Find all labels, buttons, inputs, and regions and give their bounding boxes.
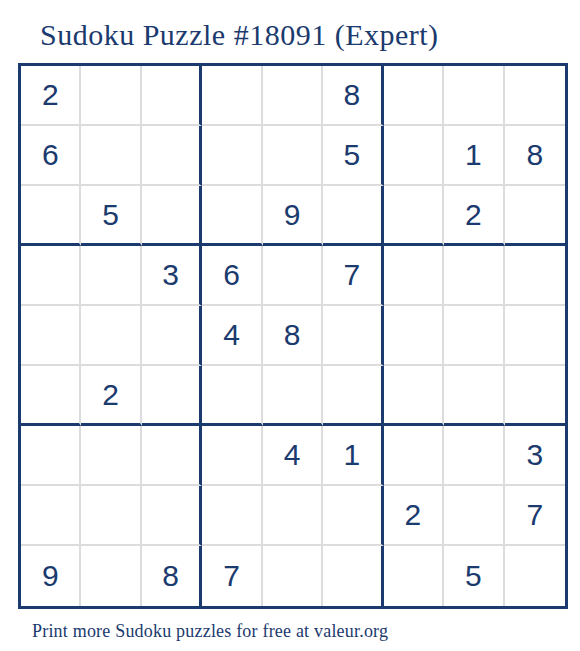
- cell-r1c5: [263, 66, 323, 126]
- cell-r6c2: 2: [81, 366, 141, 426]
- cell-r3c7: [384, 186, 444, 246]
- cell-r5c1: [21, 306, 81, 366]
- cell-r4c6: 7: [323, 246, 383, 306]
- cell-r7c2: [81, 426, 141, 486]
- cell-r9c8: 5: [444, 546, 504, 606]
- cell-r3c3: [142, 186, 202, 246]
- cell-r4c4: 6: [202, 246, 262, 306]
- cell-r3c8: 2: [444, 186, 504, 246]
- cell-r9c2: [81, 546, 141, 606]
- cell-r3c2: 5: [81, 186, 141, 246]
- cell-r6c9: [505, 366, 565, 426]
- cell-r1c7: [384, 66, 444, 126]
- cell-r8c9: 7: [505, 486, 565, 546]
- cell-r9c1: 9: [21, 546, 81, 606]
- cell-r1c1: 2: [21, 66, 81, 126]
- sudoku-grid: 286518592367482413279875: [18, 63, 568, 609]
- cell-r4c8: [444, 246, 504, 306]
- cell-r3c1: [21, 186, 81, 246]
- cell-r1c9: [505, 66, 565, 126]
- cell-r5c2: [81, 306, 141, 366]
- cell-r2c1: 6: [21, 126, 81, 186]
- cell-r8c4: [202, 486, 262, 546]
- cell-r5c3: [142, 306, 202, 366]
- cell-r4c2: [81, 246, 141, 306]
- cell-r8c5: [263, 486, 323, 546]
- cell-r4c1: [21, 246, 81, 306]
- cell-r1c2: [81, 66, 141, 126]
- cell-r2c8: 1: [444, 126, 504, 186]
- cell-r1c4: [202, 66, 262, 126]
- cell-r4c9: [505, 246, 565, 306]
- cell-r7c9: 3: [505, 426, 565, 486]
- cell-r9c7: [384, 546, 444, 606]
- cell-r1c8: [444, 66, 504, 126]
- footer-note: Print more Sudoku puzzles for free at va…: [32, 621, 580, 642]
- cell-r8c8: [444, 486, 504, 546]
- cell-r3c6: [323, 186, 383, 246]
- cell-r3c9: [505, 186, 565, 246]
- sudoku-page: Sudoku Puzzle #18091 (Expert) 2865185923…: [0, 0, 580, 651]
- cell-r2c2: [81, 126, 141, 186]
- cell-r1c3: [142, 66, 202, 126]
- cell-r3c4: [202, 186, 262, 246]
- cell-r5c4: 4: [202, 306, 262, 366]
- cell-r6c8: [444, 366, 504, 426]
- cell-r6c4: [202, 366, 262, 426]
- cell-r5c6: [323, 306, 383, 366]
- cell-r8c3: [142, 486, 202, 546]
- cell-r7c7: [384, 426, 444, 486]
- cell-r9c3: 8: [142, 546, 202, 606]
- cell-r7c5: 4: [263, 426, 323, 486]
- cell-r9c9: [505, 546, 565, 606]
- cell-r7c4: [202, 426, 262, 486]
- cell-r2c4: [202, 126, 262, 186]
- cell-r7c1: [21, 426, 81, 486]
- cell-r9c6: [323, 546, 383, 606]
- cell-r2c6: 5: [323, 126, 383, 186]
- cell-r1c6: 8: [323, 66, 383, 126]
- cell-r2c3: [142, 126, 202, 186]
- cell-r8c6: [323, 486, 383, 546]
- cell-r7c3: [142, 426, 202, 486]
- cell-r5c8: [444, 306, 504, 366]
- cell-r4c7: [384, 246, 444, 306]
- cell-r4c3: 3: [142, 246, 202, 306]
- page-title: Sudoku Puzzle #18091 (Expert): [0, 0, 580, 54]
- cell-r7c6: 1: [323, 426, 383, 486]
- cell-r5c9: [505, 306, 565, 366]
- cell-r6c7: [384, 366, 444, 426]
- cell-r5c7: [384, 306, 444, 366]
- cell-r5c5: 8: [263, 306, 323, 366]
- cell-r4c5: [263, 246, 323, 306]
- cell-r9c4: 7: [202, 546, 262, 606]
- cell-r8c7: 2: [384, 486, 444, 546]
- cell-r9c5: [263, 546, 323, 606]
- cell-r3c5: 9: [263, 186, 323, 246]
- cell-r7c8: [444, 426, 504, 486]
- cell-r8c1: [21, 486, 81, 546]
- cell-r6c1: [21, 366, 81, 426]
- cell-r2c5: [263, 126, 323, 186]
- cell-r2c7: [384, 126, 444, 186]
- cell-r6c5: [263, 366, 323, 426]
- cell-r6c6: [323, 366, 383, 426]
- cell-r8c2: [81, 486, 141, 546]
- cell-r6c3: [142, 366, 202, 426]
- cell-r2c9: 8: [505, 126, 565, 186]
